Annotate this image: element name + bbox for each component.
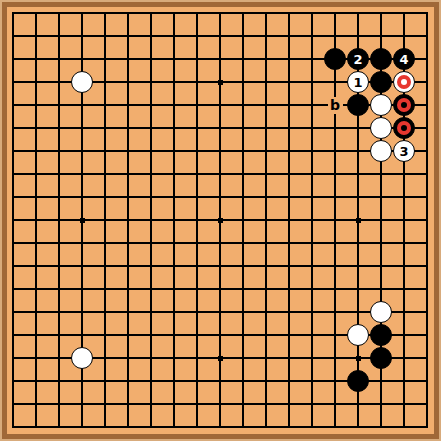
intersection bbox=[347, 94, 370, 117]
intersection bbox=[71, 117, 94, 140]
intersection bbox=[117, 393, 140, 416]
intersection bbox=[255, 255, 278, 278]
grid-line-vertical bbox=[81, 370, 82, 393]
grid-line-vertical bbox=[81, 48, 82, 71]
grid-line-vertical bbox=[104, 278, 105, 301]
grid-line-vertical bbox=[12, 186, 13, 209]
grid-line-vertical bbox=[380, 255, 381, 278]
grid-line-vertical bbox=[81, 255, 82, 278]
grid-line-vertical bbox=[196, 324, 197, 347]
grid-line-vertical bbox=[58, 301, 59, 324]
intersection bbox=[2, 278, 25, 301]
intersection bbox=[347, 140, 370, 163]
grid-line-vertical bbox=[288, 416, 289, 428]
grid-line-vertical bbox=[334, 324, 335, 347]
intersection bbox=[2, 209, 25, 232]
intersection bbox=[25, 416, 48, 439]
intersection bbox=[209, 71, 232, 94]
intersection bbox=[71, 140, 94, 163]
intersection bbox=[117, 140, 140, 163]
intersection bbox=[25, 2, 48, 25]
intersection bbox=[416, 48, 439, 71]
grid-line-vertical bbox=[127, 393, 128, 416]
intersection bbox=[117, 255, 140, 278]
intersection bbox=[347, 301, 370, 324]
intersection bbox=[71, 324, 94, 347]
intersection bbox=[163, 140, 186, 163]
intersection bbox=[186, 163, 209, 186]
intersection bbox=[94, 209, 117, 232]
grid-line-vertical bbox=[242, 48, 243, 71]
intersection bbox=[117, 278, 140, 301]
intersection bbox=[94, 140, 117, 163]
grid-line-vertical bbox=[288, 12, 289, 24]
intersection bbox=[255, 232, 278, 255]
intersection bbox=[393, 209, 416, 232]
intersection bbox=[117, 71, 140, 94]
grid-line-vertical bbox=[150, 324, 151, 347]
intersection bbox=[94, 255, 117, 278]
intersection bbox=[209, 209, 232, 232]
intersection bbox=[140, 117, 163, 140]
intersection bbox=[71, 278, 94, 301]
intersection bbox=[48, 25, 71, 48]
intersection bbox=[255, 163, 278, 186]
intersection bbox=[48, 209, 71, 232]
intersection bbox=[71, 416, 94, 439]
grid-line-vertical bbox=[173, 48, 174, 71]
intersection bbox=[163, 255, 186, 278]
grid-line-vertical bbox=[81, 12, 82, 24]
grid-line-vertical bbox=[265, 94, 266, 117]
grid-line-vertical bbox=[265, 12, 266, 24]
intersection bbox=[25, 163, 48, 186]
grid-line-vertical bbox=[403, 255, 404, 278]
grid-line-vertical bbox=[196, 255, 197, 278]
grid-line-vertical bbox=[426, 255, 427, 278]
grid-line-vertical bbox=[12, 301, 13, 324]
grid-line-vertical bbox=[12, 117, 13, 140]
intersection bbox=[71, 25, 94, 48]
intersection bbox=[232, 2, 255, 25]
intersection bbox=[186, 278, 209, 301]
intersection bbox=[255, 370, 278, 393]
grid-line-vertical bbox=[426, 393, 427, 416]
intersection bbox=[370, 324, 393, 347]
grid-line-vertical bbox=[242, 393, 243, 416]
intersection bbox=[347, 370, 370, 393]
grid-line-vertical bbox=[104, 324, 105, 347]
grid-line-vertical bbox=[265, 163, 266, 186]
grid-line-vertical bbox=[426, 370, 427, 393]
grid-line-vertical bbox=[196, 393, 197, 416]
grid-line-vertical bbox=[357, 12, 358, 24]
grid-line-vertical bbox=[219, 12, 220, 24]
intersection bbox=[393, 117, 416, 140]
intersection bbox=[416, 25, 439, 48]
grid-line-vertical bbox=[58, 140, 59, 163]
grid-line-vertical bbox=[173, 94, 174, 117]
intersection bbox=[232, 48, 255, 71]
grid-line-vertical bbox=[380, 232, 381, 255]
star-point bbox=[218, 80, 223, 85]
intersection bbox=[186, 301, 209, 324]
grid-line-vertical bbox=[426, 140, 427, 163]
grid-line-vertical bbox=[58, 48, 59, 71]
intersection: b bbox=[324, 94, 347, 117]
grid-line-vertical bbox=[242, 25, 243, 48]
star-point bbox=[218, 218, 223, 223]
intersection bbox=[2, 186, 25, 209]
grid-line-vertical bbox=[426, 232, 427, 255]
grid-line-vertical bbox=[357, 255, 358, 278]
grid-line-horizontal bbox=[12, 311, 24, 312]
intersection bbox=[370, 186, 393, 209]
intersection bbox=[232, 117, 255, 140]
grid-line-vertical bbox=[196, 186, 197, 209]
intersection bbox=[347, 117, 370, 140]
intersection bbox=[416, 117, 439, 140]
intersection bbox=[117, 209, 140, 232]
intersection bbox=[25, 255, 48, 278]
intersection bbox=[163, 278, 186, 301]
intersection bbox=[301, 255, 324, 278]
grid-line-vertical bbox=[81, 232, 82, 255]
grid-line-vertical bbox=[219, 140, 220, 163]
grid-line-vertical bbox=[357, 140, 358, 163]
intersection bbox=[370, 393, 393, 416]
grid-line-vertical bbox=[35, 48, 36, 71]
intersection bbox=[416, 347, 439, 370]
intersection bbox=[393, 232, 416, 255]
intersection bbox=[163, 393, 186, 416]
intersection bbox=[232, 140, 255, 163]
intersection bbox=[370, 278, 393, 301]
intersection bbox=[278, 71, 301, 94]
grid-line-vertical bbox=[334, 370, 335, 393]
grid-line-vertical bbox=[242, 255, 243, 278]
intersection bbox=[209, 186, 232, 209]
grid-line-vertical bbox=[196, 140, 197, 163]
grid-line-vertical bbox=[288, 94, 289, 117]
grid-line-vertical bbox=[242, 347, 243, 370]
grid-line-vertical bbox=[311, 117, 312, 140]
grid-line-vertical bbox=[104, 163, 105, 186]
intersection bbox=[163, 2, 186, 25]
grid-line-vertical bbox=[58, 416, 59, 428]
intersection bbox=[209, 25, 232, 48]
intersection bbox=[324, 163, 347, 186]
grid-line-vertical bbox=[196, 25, 197, 48]
grid-line-vertical bbox=[58, 278, 59, 301]
intersection bbox=[140, 232, 163, 255]
intersection bbox=[71, 393, 94, 416]
grid-line-vertical bbox=[104, 232, 105, 255]
intersection bbox=[117, 232, 140, 255]
intersection bbox=[416, 163, 439, 186]
intersection bbox=[186, 232, 209, 255]
grid-line-vertical bbox=[242, 232, 243, 255]
intersection bbox=[94, 71, 117, 94]
grid-line-vertical bbox=[311, 71, 312, 94]
grid-line-vertical bbox=[334, 278, 335, 301]
grid-line-vertical bbox=[219, 255, 220, 278]
intersection bbox=[2, 2, 25, 25]
intersection bbox=[117, 186, 140, 209]
intersection bbox=[25, 140, 48, 163]
grid-line-horizontal bbox=[12, 12, 24, 13]
intersection bbox=[163, 163, 186, 186]
grid-line-vertical bbox=[173, 12, 174, 24]
intersection bbox=[324, 2, 347, 25]
grid-line-vertical bbox=[12, 393, 13, 416]
grid-line-vertical bbox=[219, 48, 220, 71]
intersection bbox=[163, 71, 186, 94]
circle-marker bbox=[397, 98, 411, 112]
grid-line-vertical bbox=[35, 163, 36, 186]
intersection bbox=[255, 393, 278, 416]
intersection: 3 bbox=[393, 140, 416, 163]
intersection bbox=[2, 94, 25, 117]
grid-line-vertical bbox=[150, 94, 151, 117]
grid-line-vertical bbox=[288, 301, 289, 324]
grid-line-vertical bbox=[150, 25, 151, 48]
grid-line-vertical bbox=[35, 416, 36, 428]
grid-line-vertical bbox=[150, 393, 151, 416]
intersection bbox=[301, 94, 324, 117]
intersection bbox=[2, 301, 25, 324]
grid-line-vertical bbox=[104, 12, 105, 24]
stone-white-numbered: 1 bbox=[347, 71, 369, 93]
intersection bbox=[209, 94, 232, 117]
intersection bbox=[370, 2, 393, 25]
intersection bbox=[209, 370, 232, 393]
grid-line-horizontal bbox=[12, 380, 24, 381]
grid-line-vertical bbox=[334, 140, 335, 163]
grid-line-vertical bbox=[288, 232, 289, 255]
grid-line-vertical bbox=[219, 163, 220, 186]
grid-line-vertical bbox=[265, 140, 266, 163]
grid-line-vertical bbox=[311, 232, 312, 255]
grid-line-vertical bbox=[242, 370, 243, 393]
intersection bbox=[278, 301, 301, 324]
grid-line-vertical bbox=[35, 232, 36, 255]
grid-line-vertical bbox=[242, 301, 243, 324]
grid-line-vertical bbox=[58, 163, 59, 186]
grid-line-vertical bbox=[104, 25, 105, 48]
intersection bbox=[163, 94, 186, 117]
intersection bbox=[25, 278, 48, 301]
grid-line-vertical bbox=[35, 94, 36, 117]
grid-line-vertical bbox=[242, 163, 243, 186]
stone-black bbox=[370, 324, 392, 346]
grid-line-vertical bbox=[265, 71, 266, 94]
intersection bbox=[324, 209, 347, 232]
intersection bbox=[117, 301, 140, 324]
intersection bbox=[255, 209, 278, 232]
intersection bbox=[278, 94, 301, 117]
intersection bbox=[232, 25, 255, 48]
intersection bbox=[163, 301, 186, 324]
grid-line-vertical bbox=[12, 94, 13, 117]
grid-line-vertical bbox=[150, 347, 151, 370]
intersection bbox=[117, 48, 140, 71]
grid-line-horizontal bbox=[12, 150, 24, 151]
intersection bbox=[209, 347, 232, 370]
grid-line-vertical bbox=[357, 117, 358, 140]
intersection bbox=[94, 25, 117, 48]
grid-line-vertical bbox=[426, 163, 427, 186]
grid-line-vertical bbox=[35, 393, 36, 416]
grid-line-vertical bbox=[196, 209, 197, 232]
intersection bbox=[140, 94, 163, 117]
intersection bbox=[301, 370, 324, 393]
intersection bbox=[324, 232, 347, 255]
grid-line-vertical bbox=[219, 117, 220, 140]
grid-line-vertical bbox=[334, 163, 335, 186]
grid-line-vertical bbox=[380, 209, 381, 232]
intersection bbox=[324, 25, 347, 48]
grid-line-vertical bbox=[219, 232, 220, 255]
intersection bbox=[416, 324, 439, 347]
intersection bbox=[255, 2, 278, 25]
grid-line-vertical bbox=[334, 393, 335, 416]
intersection bbox=[416, 140, 439, 163]
grid-line-vertical bbox=[380, 25, 381, 48]
intersection bbox=[140, 347, 163, 370]
intersection bbox=[416, 255, 439, 278]
intersection bbox=[301, 186, 324, 209]
intersection bbox=[2, 393, 25, 416]
grid-line-vertical bbox=[426, 12, 427, 24]
grid-line-vertical bbox=[242, 117, 243, 140]
grid-line-horizontal bbox=[12, 265, 24, 266]
grid-line-vertical bbox=[81, 186, 82, 209]
intersection bbox=[324, 140, 347, 163]
grid-line-vertical bbox=[196, 301, 197, 324]
intersection bbox=[416, 232, 439, 255]
intersection bbox=[370, 301, 393, 324]
intersection bbox=[393, 163, 416, 186]
intersection bbox=[209, 301, 232, 324]
grid-line-vertical bbox=[127, 186, 128, 209]
intersection bbox=[94, 2, 117, 25]
grid-line-vertical bbox=[81, 416, 82, 428]
grid-line-vertical bbox=[12, 347, 13, 370]
intersection bbox=[347, 393, 370, 416]
grid-line-vertical bbox=[426, 71, 427, 94]
grid-line-vertical bbox=[127, 255, 128, 278]
grid-line-vertical bbox=[35, 12, 36, 24]
intersection bbox=[278, 25, 301, 48]
grid-line-vertical bbox=[288, 209, 289, 232]
intersection bbox=[393, 416, 416, 439]
grid-line-vertical bbox=[127, 71, 128, 94]
grid-line-vertical bbox=[426, 186, 427, 209]
intersection bbox=[140, 2, 163, 25]
grid-line-vertical bbox=[242, 71, 243, 94]
intersection bbox=[163, 25, 186, 48]
intersection bbox=[48, 186, 71, 209]
intersection bbox=[278, 232, 301, 255]
grid-line-vertical bbox=[426, 117, 427, 140]
grid-line-vertical bbox=[311, 12, 312, 24]
intersection bbox=[163, 209, 186, 232]
grid-line-vertical bbox=[426, 209, 427, 232]
grid-line-vertical bbox=[58, 25, 59, 48]
intersection bbox=[278, 347, 301, 370]
grid-line-vertical bbox=[357, 416, 358, 428]
grid-line-vertical bbox=[265, 48, 266, 71]
grid-line-vertical bbox=[288, 140, 289, 163]
grid-line-vertical bbox=[288, 25, 289, 48]
intersection bbox=[324, 416, 347, 439]
intersection bbox=[416, 2, 439, 25]
grid-line-vertical bbox=[311, 209, 312, 232]
intersection bbox=[117, 324, 140, 347]
grid-line-vertical bbox=[265, 255, 266, 278]
grid-line-horizontal bbox=[12, 35, 24, 36]
grid-line-vertical bbox=[219, 370, 220, 393]
intersection bbox=[2, 117, 25, 140]
intersection bbox=[232, 255, 255, 278]
intersection bbox=[48, 416, 71, 439]
grid-line-vertical bbox=[12, 163, 13, 186]
grid-line-vertical bbox=[150, 370, 151, 393]
intersection bbox=[255, 347, 278, 370]
grid-line-vertical bbox=[311, 393, 312, 416]
intersection bbox=[117, 117, 140, 140]
intersection bbox=[48, 324, 71, 347]
intersection bbox=[393, 2, 416, 25]
intersection bbox=[71, 163, 94, 186]
intersection bbox=[347, 347, 370, 370]
grid-line-vertical bbox=[357, 25, 358, 48]
grid-line-vertical bbox=[357, 186, 358, 209]
intersection bbox=[255, 25, 278, 48]
grid-line-vertical bbox=[265, 324, 266, 347]
intersection bbox=[186, 25, 209, 48]
stone-white-numbered: 3 bbox=[393, 140, 415, 162]
grid-line-vertical bbox=[426, 48, 427, 71]
grid-line-vertical bbox=[334, 209, 335, 232]
intersection bbox=[416, 278, 439, 301]
grid-line-vertical bbox=[334, 186, 335, 209]
intersection bbox=[232, 347, 255, 370]
grid-line-vertical bbox=[173, 393, 174, 416]
intersection bbox=[324, 370, 347, 393]
grid-line-vertical bbox=[104, 71, 105, 94]
intersection bbox=[48, 301, 71, 324]
intersection bbox=[301, 301, 324, 324]
grid-line-vertical bbox=[12, 232, 13, 255]
intersection bbox=[232, 301, 255, 324]
grid-line-horizontal bbox=[12, 196, 24, 197]
intersection bbox=[370, 140, 393, 163]
intersection bbox=[301, 278, 324, 301]
intersection bbox=[232, 278, 255, 301]
intersection bbox=[71, 209, 94, 232]
grid-line-vertical bbox=[58, 12, 59, 24]
intersection bbox=[163, 232, 186, 255]
intersection bbox=[209, 117, 232, 140]
intersection bbox=[25, 301, 48, 324]
grid-line-vertical bbox=[380, 278, 381, 301]
star-point bbox=[356, 218, 361, 223]
grid-line-vertical bbox=[403, 324, 404, 347]
star-point bbox=[80, 218, 85, 223]
grid-line-vertical bbox=[127, 48, 128, 71]
